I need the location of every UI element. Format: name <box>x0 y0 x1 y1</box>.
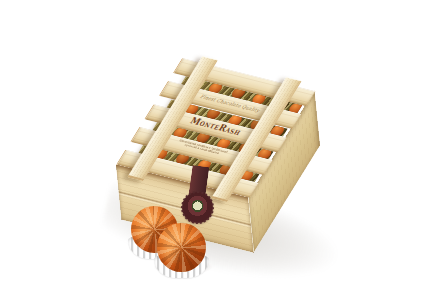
seal-medallion <box>182 192 213 223</box>
truffle-foil-ball <box>157 223 206 272</box>
foil-truffle <box>157 223 206 272</box>
wax-ribbon-seal <box>178 166 222 228</box>
product-photo-stage: Finest Chocolate Quality MonteRash Шокол… <box>0 0 444 300</box>
